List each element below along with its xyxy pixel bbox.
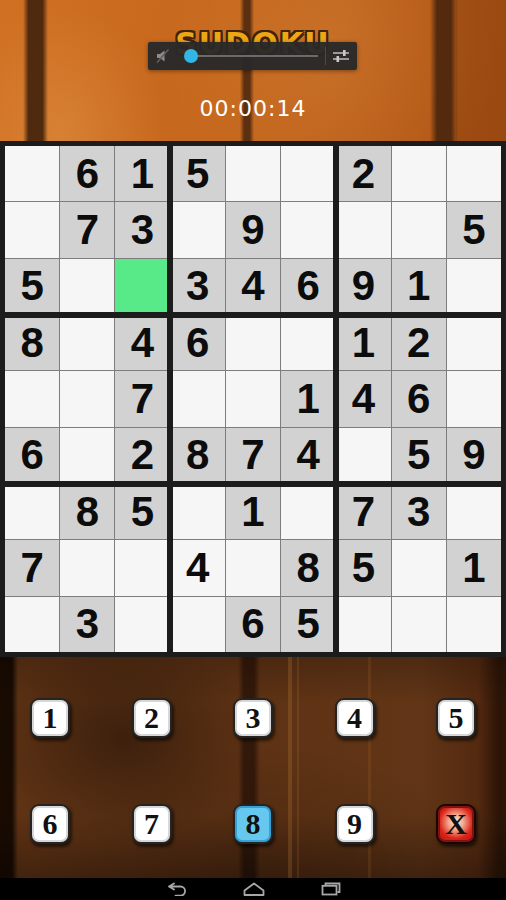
back-icon[interactable] (166, 882, 190, 900)
cell-r1c3[interactable]: 1 (115, 146, 169, 201)
cell-r4c1[interactable]: 8 (5, 315, 59, 370)
cell-r6c4[interactable]: 8 (171, 428, 225, 483)
cell-r4c8[interactable]: 2 (392, 315, 446, 370)
recents-icon[interactable] (320, 882, 342, 900)
sudoku-board: 6152739553469184612714662874598517374851… (5, 146, 501, 652)
cell-r1c1[interactable] (5, 146, 59, 201)
cell-r3c1[interactable]: 5 (5, 259, 59, 314)
cell-r8c8[interactable] (392, 540, 446, 595)
cell-r9c3[interactable] (115, 597, 169, 652)
cell-r6c7[interactable] (336, 428, 390, 483)
cell-r6c1[interactable]: 6 (5, 428, 59, 483)
box-divider (5, 312, 501, 318)
cell-r2c7[interactable] (336, 202, 390, 257)
cell-r8c1[interactable]: 7 (5, 540, 59, 595)
cell-r6c8[interactable]: 5 (392, 428, 446, 483)
cell-r1c9[interactable] (447, 146, 501, 201)
cell-r1c5[interactable] (226, 146, 280, 201)
cell-r8c3[interactable] (115, 540, 169, 595)
cell-r9c8[interactable] (392, 597, 446, 652)
cell-r8c2[interactable] (60, 540, 114, 595)
cell-r9c1[interactable] (5, 597, 59, 652)
volume-slider-track[interactable] (188, 55, 318, 57)
cell-r4c3[interactable]: 4 (115, 315, 169, 370)
cell-r9c5[interactable]: 6 (226, 597, 280, 652)
cell-r6c2[interactable] (60, 428, 114, 483)
wood-plank-gap (240, 0, 254, 145)
sudoku-grid-frame: 6152739553469184612714662874598517374851… (0, 141, 506, 657)
cell-r7c4[interactable] (171, 484, 225, 539)
keypad-button-3[interactable]: 3 (233, 698, 273, 738)
wood-plank-gap (23, 0, 48, 145)
cell-r8c7[interactable]: 5 (336, 540, 390, 595)
cell-r8c6[interactable]: 8 (281, 540, 335, 595)
cell-r1c7[interactable]: 2 (336, 146, 390, 201)
game-timer: 00:00:14 (0, 96, 506, 121)
keypad-row-2: 6789X (0, 804, 506, 844)
cell-r3c9[interactable] (447, 259, 501, 314)
cell-r5c7[interactable]: 4 (336, 371, 390, 426)
settings-sliders-icon[interactable] (332, 49, 350, 67)
cell-r2c4[interactable] (171, 202, 225, 257)
cell-r4c7[interactable]: 1 (336, 315, 390, 370)
cell-r8c9[interactable]: 1 (447, 540, 501, 595)
cell-r9c4[interactable] (171, 597, 225, 652)
cell-r7c5[interactable]: 1 (226, 484, 280, 539)
overlay-divider (325, 47, 326, 65)
cell-r3c8[interactable]: 1 (392, 259, 446, 314)
cell-r1c8[interactable] (392, 146, 446, 201)
box-divider (167, 146, 173, 652)
cell-r5c4[interactable] (171, 371, 225, 426)
cell-r9c9[interactable] (447, 597, 501, 652)
cell-r8c4[interactable]: 4 (171, 540, 225, 595)
cell-r6c6[interactable]: 4 (281, 428, 335, 483)
keypad-button-8[interactable]: 8 (233, 804, 273, 844)
cell-r3c5[interactable]: 4 (226, 259, 280, 314)
volume-slider-thumb[interactable] (184, 49, 198, 63)
cell-r7c7[interactable]: 7 (336, 484, 390, 539)
cell-r4c9[interactable] (447, 315, 501, 370)
cell-r5c1[interactable] (5, 371, 59, 426)
cell-r2c3[interactable]: 3 (115, 202, 169, 257)
cell-r2c5[interactable]: 9 (226, 202, 280, 257)
cell-r1c4[interactable]: 5 (171, 146, 225, 201)
cell-r5c3[interactable]: 7 (115, 371, 169, 426)
volume-overlay (148, 42, 357, 70)
cell-r6c5[interactable]: 7 (226, 428, 280, 483)
cell-r1c6[interactable] (281, 146, 335, 201)
cell-r1c2[interactable]: 6 (60, 146, 114, 201)
cell-r6c9[interactable]: 9 (447, 428, 501, 483)
keypad-button-6[interactable]: 6 (30, 804, 70, 844)
cell-r4c6[interactable] (281, 315, 335, 370)
cell-r2c1[interactable] (5, 202, 59, 257)
cell-r2c9[interactable]: 5 (447, 202, 501, 257)
wood-background-top (0, 0, 506, 145)
cell-r7c1[interactable] (5, 484, 59, 539)
cell-r5c8[interactable]: 6 (392, 371, 446, 426)
cell-r3c4[interactable]: 3 (171, 259, 225, 314)
volume-muted-icon[interactable] (155, 48, 171, 68)
cell-r7c9[interactable] (447, 484, 501, 539)
cell-r5c9[interactable] (447, 371, 501, 426)
cell-r8c5[interactable] (226, 540, 280, 595)
cell-r6c3[interactable]: 2 (115, 428, 169, 483)
cell-r2c8[interactable] (392, 202, 446, 257)
cell-r7c2[interactable]: 8 (60, 484, 114, 539)
box-divider (333, 146, 339, 652)
cell-r9c2[interactable]: 3 (60, 597, 114, 652)
cell-r3c3[interactable] (115, 259, 169, 314)
cell-r3c7[interactable]: 9 (336, 259, 390, 314)
cell-r3c6[interactable]: 6 (281, 259, 335, 314)
cell-r3c2[interactable] (60, 259, 114, 314)
home-icon[interactable] (242, 882, 266, 900)
cell-r2c6[interactable] (281, 202, 335, 257)
keypad-button-2[interactable]: 2 (132, 698, 172, 738)
cell-r2c2[interactable]: 7 (60, 202, 114, 257)
cell-r4c4[interactable]: 6 (171, 315, 225, 370)
wood-shade (456, 0, 506, 145)
sudoku-app-screen: SUDOKU 00:00:14 615273955346918461271466… (0, 0, 506, 900)
keypad-delete-button[interactable]: X (436, 804, 476, 844)
keypad-button-9[interactable]: 9 (335, 804, 375, 844)
wood-plank-gap (430, 0, 458, 145)
cell-r7c3[interactable]: 5 (115, 484, 169, 539)
cell-r4c5[interactable] (226, 315, 280, 370)
keypad-row-1: 12345 (0, 698, 506, 738)
cell-r9c7[interactable] (336, 597, 390, 652)
cell-r7c6[interactable] (281, 484, 335, 539)
cell-r5c6[interactable]: 1 (281, 371, 335, 426)
android-navbar (0, 878, 506, 900)
cell-r5c5[interactable] (226, 371, 280, 426)
keypad-button-1[interactable]: 1 (30, 698, 70, 738)
cell-r7c8[interactable]: 3 (392, 484, 446, 539)
keypad-button-5[interactable]: 5 (436, 698, 476, 738)
cell-r4c2[interactable] (60, 315, 114, 370)
cell-r5c2[interactable] (60, 371, 114, 426)
keypad-button-4[interactable]: 4 (335, 698, 375, 738)
cell-r9c6[interactable]: 5 (281, 597, 335, 652)
box-divider (5, 481, 501, 487)
number-keypad: 12345 6789X (0, 657, 506, 878)
keypad-button-7[interactable]: 7 (132, 804, 172, 844)
